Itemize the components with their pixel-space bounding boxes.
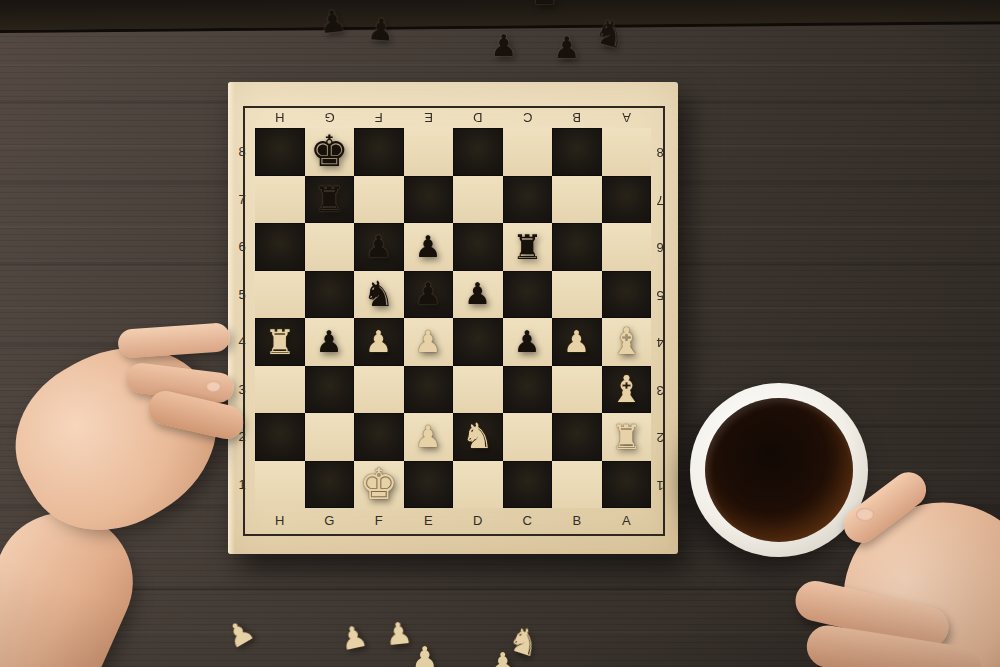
file-bottom-label-e: E [404,512,454,528]
square-a4: ♝ [602,318,652,366]
white-bishop-a4: ♝ [610,323,643,360]
white-rook-a2: ♜ [611,420,641,454]
black-king-g8: ♚ [310,130,349,173]
captured-black-pawn-2: ♟ [367,14,396,46]
square-f4: ♟ [354,318,404,366]
square-b4: ♟ [552,318,602,366]
white-rook-h4: ♜ [265,325,295,359]
coffee-cup [690,383,868,557]
captured-black-pawn-5: ♟ [554,33,581,63]
square-a1 [602,461,652,509]
square-a3: ♝ [602,366,652,414]
captured-white-pawn-2: ♟ [338,621,371,656]
square-h6 [255,223,305,271]
square-d8 [453,128,503,176]
square-c1 [503,461,553,509]
square-h8 [255,128,305,176]
square-g8: ♚ [305,128,355,176]
board-grid: ♚♜♟♟♜♞♟♟♜♟♟♟♟♟♝♝♟♞♜♚ [255,128,651,508]
file-labels-bottom: HGFEDCBA [255,512,651,528]
black-rook-c6: ♜ [512,230,542,264]
rank-labels-left: 87654321 [234,128,250,508]
file-top-label-a: A [602,110,652,126]
white-pawn-e4: ♟ [415,327,442,357]
square-c3 [503,366,553,414]
black-pawn-d5: ♟ [464,279,491,309]
rank-left-label-4: 4 [234,318,250,366]
square-e5: ♟ [404,271,454,319]
file-top-label-f: F [354,110,404,126]
square-g1 [305,461,355,509]
rank-left-label-8: 8 [234,128,250,176]
square-b5 [552,271,602,319]
captured-white-pawn-4: ♟ [412,643,439,667]
square-h1 [255,461,305,509]
square-b3 [552,366,602,414]
file-bottom-label-b: B [552,512,602,528]
black-rook-g7: ♜ [314,182,344,216]
square-b8 [552,128,602,176]
white-pawn-e2: ♟ [415,422,442,452]
square-e8 [404,128,454,176]
file-bottom-label-h: H [255,512,305,528]
captured-white-pawn-3: ♟ [384,618,414,651]
rank-right-label-4: 4 [652,318,668,366]
file-bottom-label-f: F [354,512,404,528]
square-h5 [255,271,305,319]
square-d3 [453,366,503,414]
file-top-label-b: B [552,110,602,126]
square-e6: ♟ [404,223,454,271]
captured-white-pawn-1: ♟ [221,614,259,653]
file-top-label-e: E [404,110,454,126]
file-bottom-label-c: C [503,512,553,528]
square-c4: ♟ [503,318,553,366]
square-a8 [602,128,652,176]
square-d6 [453,223,503,271]
white-bishop-a3: ♝ [610,371,643,408]
square-d5: ♟ [453,271,503,319]
square-c8 [503,128,553,176]
square-h2 [255,413,305,461]
file-top-label-c: C [503,110,553,126]
square-f6: ♟ [354,223,404,271]
right-thumbnail [856,508,874,521]
chess-board: HGFEDCBA HGFEDCBA 87654321 87654321 ♚♜♟♟… [228,82,678,554]
file-bottom-label-g: G [305,512,355,528]
left-fingernail [206,381,221,392]
rank-right-label-6: 6 [652,223,668,271]
white-knight-d2: ♞ [462,419,493,454]
square-g5 [305,271,355,319]
square-e3 [404,366,454,414]
rank-right-label-2: 2 [652,413,668,461]
square-g4: ♟ [305,318,355,366]
black-pawn-e6: ♟ [415,232,442,262]
square-c7 [503,176,553,224]
square-b7 [552,176,602,224]
square-h7 [255,176,305,224]
white-pawn-f4: ♟ [365,327,392,357]
black-pawn-f6: ♟ [365,232,392,262]
rank-left-label-5: 5 [234,271,250,319]
coffee-surface [705,398,853,542]
square-b2 [552,413,602,461]
rank-left-label-7: 7 [234,176,250,224]
square-d1 [453,461,503,509]
square-b6 [552,223,602,271]
rank-right-label-1: 1 [652,461,668,509]
square-f7 [354,176,404,224]
square-f3 [354,366,404,414]
square-e7 [404,176,454,224]
black-pawn-g4: ♟ [316,327,343,357]
black-knight-f5: ♞ [363,277,394,312]
square-g6 [305,223,355,271]
square-a2: ♜ [602,413,652,461]
square-d4 [453,318,503,366]
rank-left-label-6: 6 [234,223,250,271]
square-f5: ♞ [354,271,404,319]
tabletop-scene: HGFEDCBA HGFEDCBA 87654321 87654321 ♚♜♟♟… [0,0,1000,667]
white-pawn-b4: ♟ [563,327,590,357]
square-e4: ♟ [404,318,454,366]
black-pawn-e5: ♟ [415,279,442,309]
square-h3 [255,366,305,414]
square-h4: ♜ [255,318,305,366]
captured-black-pawn-1: ♟ [318,6,348,39]
square-c6: ♜ [503,223,553,271]
rank-left-label-1: 1 [234,461,250,509]
file-top-label-g: G [305,110,355,126]
square-g7: ♜ [305,176,355,224]
rank-right-label-7: 7 [652,176,668,224]
square-d7 [453,176,503,224]
square-a5 [602,271,652,319]
file-labels-top: HGFEDCBA [255,110,651,126]
file-top-label-d: D [453,110,503,126]
rank-left-label-3: 3 [234,366,250,414]
square-g3 [305,366,355,414]
left-index-finger [117,322,231,359]
square-a6 [602,223,652,271]
square-f2 [354,413,404,461]
square-g2 [305,413,355,461]
rank-right-label-3: 3 [652,366,668,414]
square-f1: ♚ [354,461,404,509]
square-c2 [503,413,553,461]
square-e2: ♟ [404,413,454,461]
file-bottom-label-a: A [602,512,652,528]
square-e1 [404,461,454,509]
square-a7 [602,176,652,224]
square-b1 [552,461,602,509]
rank-labels-right: 87654321 [652,128,668,508]
square-f8 [354,128,404,176]
file-bottom-label-d: D [453,512,503,528]
square-d2: ♞ [453,413,503,461]
white-king-f1: ♚ [359,463,398,506]
rank-right-label-5: 5 [652,271,668,319]
captured-black-pawn-4: ♟ [491,31,518,61]
file-top-label-h: H [255,110,305,126]
rank-right-label-8: 8 [652,128,668,176]
black-pawn-c4: ♟ [514,327,541,357]
captured-black-pawn-3: ♟ [532,0,559,9]
captured-white-knight-6: ♞ [504,621,545,664]
square-c5 [503,271,553,319]
